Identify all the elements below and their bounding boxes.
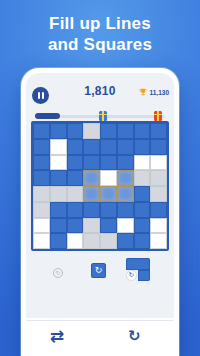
board-cell (50, 186, 67, 202)
board-cell (100, 139, 117, 155)
phone-mockup: 1,810 11,130 (21, 68, 179, 356)
board-cell (33, 186, 50, 202)
board-cell (67, 202, 84, 218)
board-cell (67, 123, 84, 139)
board-cell (83, 123, 100, 139)
piece-tray: ↻ ↻ ↻ (26, 251, 174, 297)
ad-title: Fill up Lines and Squares (0, 13, 200, 55)
board-cell (67, 233, 84, 249)
board-cell (33, 218, 50, 234)
board-cell (67, 218, 84, 234)
board-cell (117, 202, 134, 218)
best-score-value: 11,130 (149, 89, 169, 96)
board-cell (50, 202, 67, 218)
best-score: 11,130 (139, 88, 169, 96)
board-cell (50, 233, 67, 249)
game-board[interactable] (31, 121, 169, 251)
board-cell (150, 186, 167, 202)
board-cell (150, 139, 167, 155)
game-screen: 1,810 11,130 (26, 73, 174, 318)
board-cell (150, 123, 167, 139)
board-cell (150, 233, 167, 249)
tray-slot-1-rotate-icon[interactable]: ↻ (53, 268, 63, 278)
board-cell (67, 139, 84, 155)
progress-fill (35, 113, 60, 119)
board-cell (33, 170, 50, 186)
board-cell (100, 155, 117, 171)
board-cell (150, 155, 167, 171)
board-cell (33, 202, 50, 218)
board-cell (100, 186, 117, 202)
trophy-icon (139, 88, 147, 96)
board-cell (50, 155, 67, 171)
board-cell (33, 155, 50, 171)
board-cell (134, 123, 151, 139)
board-cell (67, 186, 84, 202)
tray-slot-3-rotate-icon[interactable]: ↻ (126, 270, 137, 281)
board-cell (117, 170, 134, 186)
board-cell (83, 202, 100, 218)
board-cell (134, 170, 151, 186)
board-cell (100, 202, 117, 218)
board-cell (83, 186, 100, 202)
rotate-pieces-button[interactable]: ↻ (128, 327, 141, 345)
board-cell (134, 155, 151, 171)
board-cell (117, 186, 134, 202)
board-cell (150, 170, 167, 186)
board-cell (134, 139, 151, 155)
progress-bar (35, 112, 165, 120)
board-cell (134, 233, 151, 249)
gift-milestone-red-icon (154, 111, 162, 121)
board-cell (134, 218, 151, 234)
board-cell (33, 233, 50, 249)
tray-piece-corner[interactable]: ↻ (126, 258, 150, 281)
board-cell (83, 218, 100, 234)
screenshot-root: Fill up Lines and Squares 1,810 11,130 (0, 0, 200, 356)
board-cell (117, 155, 134, 171)
board-cell (117, 139, 134, 155)
board-cell (150, 202, 167, 218)
gift-milestone-blue-icon (99, 111, 107, 121)
swap-pieces-button[interactable]: ⇄ (50, 326, 64, 346)
board-cell (117, 123, 134, 139)
corner-piece-right-cell (138, 270, 150, 282)
board-cell (83, 139, 100, 155)
board-cell (50, 139, 67, 155)
ad-title-line2: and Squares (0, 34, 200, 55)
ad-title-line1: Fill up Lines (0, 13, 200, 34)
board-cell (50, 123, 67, 139)
board-cell (33, 123, 50, 139)
board-cell (117, 233, 134, 249)
board-cell (50, 218, 67, 234)
board-cell (117, 218, 134, 234)
tray-piece-square[interactable]: ↻ (91, 263, 106, 278)
board-cell (134, 186, 151, 202)
board-cell (134, 202, 151, 218)
board-cell (33, 139, 50, 155)
board-cell (100, 170, 117, 186)
board-cell (83, 233, 100, 249)
bottom-bar: ⇄ ↻ (26, 320, 174, 356)
board-cell (67, 170, 84, 186)
board-cell (50, 170, 67, 186)
board-cell (150, 218, 167, 234)
board-cell (100, 233, 117, 249)
corner-piece-top-bar (126, 258, 150, 270)
board-cell (83, 170, 100, 186)
board-cell (100, 218, 117, 234)
board-cell (100, 123, 117, 139)
board-cell (83, 155, 100, 171)
board-cell (67, 155, 84, 171)
